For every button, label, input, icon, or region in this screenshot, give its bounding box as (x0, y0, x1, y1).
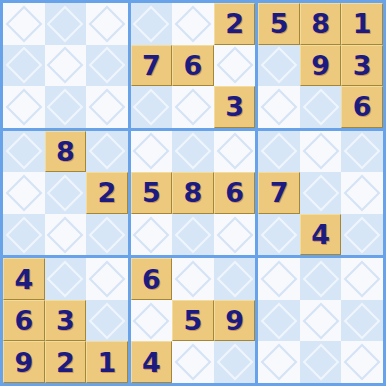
given-digit: 6 (225, 179, 244, 206)
cell-r2c3[interactable] (86, 45, 128, 87)
diamond-outline-icon (175, 5, 212, 42)
diamond-outline-icon (88, 47, 125, 84)
cell-r9c2[interactable]: 2 (45, 341, 87, 383)
given-digit: 1 (353, 10, 372, 37)
cell-r4c6[interactable] (214, 131, 256, 173)
cell-r5c6[interactable]: 6 (214, 172, 256, 214)
diamond-outline-icon (88, 302, 125, 339)
cell-r9c1[interactable]: 9 (3, 341, 45, 383)
cell-r3c4[interactable] (131, 86, 173, 128)
given-digit: 7 (142, 52, 161, 79)
diamond-outline-icon (302, 88, 339, 125)
cell-r2c4[interactable]: 7 (131, 45, 173, 87)
cell-r7c9[interactable] (341, 258, 383, 300)
cell-r1c7[interactable]: 5 (258, 3, 300, 45)
given-digit: 2 (225, 10, 244, 37)
cell-r5c3[interactable]: 2 (86, 172, 128, 214)
cell-r8c1[interactable]: 6 (3, 300, 45, 342)
cell-r1c5[interactable] (172, 3, 214, 45)
diamond-outline-icon (344, 175, 381, 212)
diamond-outline-icon (175, 88, 212, 125)
diamond-outline-icon (175, 261, 212, 298)
given-digit: 6 (14, 307, 33, 334)
diamond-outline-icon (302, 175, 339, 212)
cell-r1c9[interactable]: 1 (341, 3, 383, 45)
cell-r8c5[interactable]: 5 (172, 300, 214, 342)
diamond-outline-icon (261, 133, 298, 170)
given-digit: 3 (225, 93, 244, 120)
diamond-outline-icon (302, 261, 339, 298)
cell-r4c2[interactable]: 8 (45, 131, 87, 173)
cell-r4c5[interactable] (172, 131, 214, 173)
box-r3c3 (258, 258, 383, 383)
cell-r8c9[interactable] (341, 300, 383, 342)
diamond-outline-icon (261, 302, 298, 339)
given-digit: 6 (142, 266, 161, 293)
cell-r6c8[interactable]: 4 (300, 214, 342, 256)
diamond-outline-icon (261, 47, 298, 84)
cell-r7c3[interactable] (86, 258, 128, 300)
diamond-outline-icon (261, 344, 298, 381)
cell-r3c6[interactable]: 3 (214, 86, 256, 128)
cell-r9c8[interactable] (300, 341, 342, 383)
given-digit: 8 (56, 138, 75, 165)
diamond-outline-icon (47, 261, 84, 298)
diamond-outline-icon (88, 5, 125, 42)
diamond-outline-icon (133, 88, 170, 125)
cell-r7c5[interactable] (172, 258, 214, 300)
diamond-outline-icon (175, 216, 212, 253)
cell-r6c4[interactable] (131, 214, 173, 256)
diamond-outline-icon (216, 47, 253, 84)
cell-r4c7[interactable] (258, 131, 300, 173)
given-digit: 2 (97, 179, 116, 206)
diamond-outline-icon (261, 88, 298, 125)
diamond-outline-icon (344, 261, 381, 298)
cell-r8c2[interactable]: 3 (45, 300, 87, 342)
diamond-outline-icon (5, 47, 42, 84)
cell-r3c7[interactable] (258, 86, 300, 128)
cell-r2c9[interactable]: 3 (341, 45, 383, 87)
diamond-outline-icon (5, 133, 42, 170)
cell-r7c1[interactable]: 4 (3, 258, 45, 300)
cell-r9c6[interactable] (214, 341, 256, 383)
diamond-outline-icon (302, 302, 339, 339)
diamond-outline-icon (133, 5, 170, 42)
cell-r9c5[interactable] (172, 341, 214, 383)
diamond-outline-icon (133, 302, 170, 339)
cell-r2c6[interactable] (214, 45, 256, 87)
diamond-outline-icon (133, 216, 170, 253)
cell-r6c3[interactable] (86, 214, 128, 256)
box-r2c3: 74 (258, 131, 383, 256)
diamond-outline-icon (88, 216, 125, 253)
cell-r3c2[interactable] (45, 86, 87, 128)
given-digit: 9 (311, 52, 330, 79)
cell-r5c5[interactable]: 8 (172, 172, 214, 214)
diamond-outline-icon (5, 175, 42, 212)
given-digit: 9 (225, 307, 244, 334)
cell-r8c7[interactable] (258, 300, 300, 342)
diamond-outline-icon (302, 344, 339, 381)
box-r1c3: 581936 (258, 3, 383, 128)
cell-r6c5[interactable] (172, 214, 214, 256)
cell-r8c3[interactable] (86, 300, 128, 342)
cell-r8c6[interactable]: 9 (214, 300, 256, 342)
diamond-outline-icon (216, 344, 253, 381)
cell-r1c8[interactable]: 8 (300, 3, 342, 45)
cell-r4c8[interactable] (300, 131, 342, 173)
given-digit: 4 (14, 266, 33, 293)
diamond-outline-icon (47, 5, 84, 42)
cell-r1c3[interactable] (86, 3, 128, 45)
given-digit: 2 (56, 349, 75, 376)
cell-r7c2[interactable] (45, 258, 87, 300)
cell-r8c8[interactable] (300, 300, 342, 342)
diamond-outline-icon (5, 88, 42, 125)
diamond-outline-icon (47, 47, 84, 84)
cell-r5c8[interactable] (300, 172, 342, 214)
diamond-outline-icon (175, 344, 212, 381)
cell-r6c7[interactable] (258, 214, 300, 256)
diamond-outline-icon (88, 261, 125, 298)
cell-r7c8[interactable] (300, 258, 342, 300)
diamond-outline-icon (175, 133, 212, 170)
diamond-outline-icon (216, 133, 253, 170)
cell-r3c5[interactable] (172, 86, 214, 128)
given-digit: 8 (311, 10, 330, 37)
diamond-outline-icon (344, 344, 381, 381)
cell-r7c7[interactable] (258, 258, 300, 300)
cell-r3c1[interactable] (3, 86, 45, 128)
given-digit: 5 (270, 10, 289, 37)
cell-r6c2[interactable] (45, 214, 87, 256)
cell-r5c4[interactable]: 5 (131, 172, 173, 214)
diamond-outline-icon (5, 5, 42, 42)
diamond-outline-icon (47, 216, 84, 253)
cell-r2c7[interactable] (258, 45, 300, 87)
box-r1c1 (3, 3, 128, 128)
cell-r5c2[interactable] (45, 172, 87, 214)
cell-r9c4[interactable]: 4 (131, 341, 173, 383)
cell-r5c7[interactable]: 7 (258, 172, 300, 214)
given-digit: 9 (14, 349, 33, 376)
sudoku-board: 276358193682586744639216594 (0, 0, 386, 386)
diamond-outline-icon (47, 88, 84, 125)
diamond-outline-icon (47, 175, 84, 212)
given-digit: 3 (56, 307, 75, 334)
cell-r4c3[interactable] (86, 131, 128, 173)
diamond-outline-icon (88, 133, 125, 170)
cell-r7c6[interactable] (214, 258, 256, 300)
cell-r1c6[interactable]: 2 (214, 3, 256, 45)
cell-r9c9[interactable] (341, 341, 383, 383)
cell-r8c4[interactable] (131, 300, 173, 342)
diamond-outline-icon (344, 216, 381, 253)
cell-r1c4[interactable] (131, 3, 173, 45)
cell-r2c5[interactable]: 6 (172, 45, 214, 87)
box-r3c1: 463921 (3, 258, 128, 383)
diamond-outline-icon (133, 133, 170, 170)
cell-r1c1[interactable] (3, 3, 45, 45)
given-digit: 7 (270, 179, 289, 206)
cell-r6c6[interactable] (214, 214, 256, 256)
given-digit: 6 (184, 52, 203, 79)
cell-r5c9[interactable] (341, 172, 383, 214)
cell-r4c1[interactable] (3, 131, 45, 173)
box-r1c2: 2763 (131, 3, 256, 128)
cell-r3c8[interactable] (300, 86, 342, 128)
cell-r2c1[interactable] (3, 45, 45, 87)
diamond-outline-icon (344, 133, 381, 170)
cell-r7c4[interactable]: 6 (131, 258, 173, 300)
given-digit: 8 (184, 179, 203, 206)
cell-r5c1[interactable] (3, 172, 45, 214)
given-digit: 4 (142, 349, 161, 376)
box-r2c2: 586 (131, 131, 256, 256)
given-digit: 5 (142, 179, 161, 206)
cell-r1c2[interactable] (45, 3, 87, 45)
diamond-outline-icon (216, 261, 253, 298)
diamond-outline-icon (5, 216, 42, 253)
diamond-outline-icon (261, 261, 298, 298)
box-r3c2: 6594 (131, 258, 256, 383)
cell-r4c4[interactable] (131, 131, 173, 173)
diamond-outline-icon (302, 133, 339, 170)
given-digit: 4 (311, 221, 330, 248)
diamond-outline-icon (261, 216, 298, 253)
cell-r2c8[interactable]: 9 (300, 45, 342, 87)
diamond-outline-icon (216, 216, 253, 253)
given-digit: 5 (184, 307, 203, 334)
diamond-outline-icon (88, 88, 125, 125)
cell-r9c7[interactable] (258, 341, 300, 383)
cell-r9c3[interactable]: 1 (86, 341, 128, 383)
given-digit: 1 (97, 349, 116, 376)
cell-r3c3[interactable] (86, 86, 128, 128)
given-digit: 6 (353, 93, 372, 120)
cell-r3c9[interactable]: 6 (341, 86, 383, 128)
box-r2c1: 82 (3, 131, 128, 256)
diamond-outline-icon (344, 302, 381, 339)
cell-r6c1[interactable] (3, 214, 45, 256)
cell-r6c9[interactable] (341, 214, 383, 256)
cell-r2c2[interactable] (45, 45, 87, 87)
given-digit: 3 (353, 52, 372, 79)
cell-r4c9[interactable] (341, 131, 383, 173)
